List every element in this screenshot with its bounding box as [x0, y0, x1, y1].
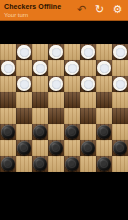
- square-r4c6: [80, 92, 96, 108]
- square-r3c4[interactable]: [48, 76, 64, 92]
- square-r5c1: [0, 108, 16, 124]
- board: [0, 44, 128, 172]
- black-piece[interactable]: [33, 157, 47, 171]
- square-r8c3[interactable]: [32, 156, 48, 172]
- square-r1c5: [64, 44, 80, 60]
- square-r7c4[interactable]: [48, 140, 64, 156]
- square-r1c2[interactable]: [16, 44, 32, 60]
- square-r6c2: [16, 124, 32, 140]
- square-r2c1[interactable]: [0, 60, 16, 76]
- white-piece[interactable]: [33, 61, 47, 75]
- header-titles: Checkers Offline Your turn: [4, 3, 61, 18]
- black-piece[interactable]: [65, 157, 79, 171]
- square-r6c7[interactable]: [96, 124, 112, 140]
- square-r7c6[interactable]: [80, 140, 96, 156]
- white-piece[interactable]: [49, 45, 63, 59]
- square-r7c1: [0, 140, 16, 156]
- square-r2c6: [80, 60, 96, 76]
- square-r3c8[interactable]: [112, 76, 128, 92]
- square-r7c8[interactable]: [112, 140, 128, 156]
- square-r6c6: [80, 124, 96, 140]
- square-r5c2[interactable]: [16, 108, 32, 124]
- square-r5c3: [32, 108, 48, 124]
- square-r2c2: [16, 60, 32, 76]
- white-piece[interactable]: [49, 77, 63, 91]
- square-r6c8: [112, 124, 128, 140]
- square-r8c5[interactable]: [64, 156, 80, 172]
- white-piece[interactable]: [17, 45, 31, 59]
- square-r4c5[interactable]: [64, 92, 80, 108]
- square-r1c7: [96, 44, 112, 60]
- white-piece[interactable]: [113, 45, 127, 59]
- square-r2c8: [112, 60, 128, 76]
- square-r2c3[interactable]: [32, 60, 48, 76]
- square-r3c5: [64, 76, 80, 92]
- black-piece[interactable]: [97, 125, 111, 139]
- white-piece[interactable]: [81, 77, 95, 91]
- square-r7c2[interactable]: [16, 140, 32, 156]
- square-r5c8[interactable]: [112, 108, 128, 124]
- black-piece[interactable]: [33, 125, 47, 139]
- square-r5c6[interactable]: [80, 108, 96, 124]
- checkers-app: Checkers Offline Your turn ↶ ↻ ⚙: [0, 0, 128, 220]
- square-r3c2[interactable]: [16, 76, 32, 92]
- square-r2c4: [48, 60, 64, 76]
- black-piece[interactable]: [17, 141, 31, 155]
- square-r5c5: [64, 108, 80, 124]
- square-r8c4: [48, 156, 64, 172]
- square-r3c6[interactable]: [80, 76, 96, 92]
- square-r5c4[interactable]: [48, 108, 64, 124]
- square-r8c8: [112, 156, 128, 172]
- toolbar: ↶ ↻ ⚙: [76, 4, 123, 15]
- square-r2c5[interactable]: [64, 60, 80, 76]
- square-r8c6: [80, 156, 96, 172]
- square-r8c1[interactable]: [0, 156, 16, 172]
- square-r2c7[interactable]: [96, 60, 112, 76]
- square-r8c2: [16, 156, 32, 172]
- black-piece[interactable]: [97, 157, 111, 171]
- square-r4c3[interactable]: [32, 92, 48, 108]
- square-r3c3: [32, 76, 48, 92]
- square-r4c4: [48, 92, 64, 108]
- square-r7c7: [96, 140, 112, 156]
- top-spacer: [0, 21, 128, 44]
- square-r4c7[interactable]: [96, 92, 112, 108]
- square-r1c4[interactable]: [48, 44, 64, 60]
- square-r3c7: [96, 76, 112, 92]
- black-piece[interactable]: [113, 141, 127, 155]
- square-r4c2: [16, 92, 32, 108]
- square-r6c4: [48, 124, 64, 140]
- square-r6c1[interactable]: [0, 124, 16, 140]
- square-r5c7: [96, 108, 112, 124]
- black-piece[interactable]: [81, 141, 95, 155]
- square-r4c8: [112, 92, 128, 108]
- white-piece[interactable]: [113, 77, 127, 91]
- square-r7c3: [32, 140, 48, 156]
- square-r3c1: [0, 76, 16, 92]
- square-r1c3: [32, 44, 48, 60]
- white-piece[interactable]: [65, 61, 79, 75]
- square-r6c3[interactable]: [32, 124, 48, 140]
- square-r8c7[interactable]: [96, 156, 112, 172]
- settings-icon[interactable]: ⚙: [112, 4, 123, 15]
- white-piece[interactable]: [1, 61, 15, 75]
- black-piece[interactable]: [65, 125, 79, 139]
- black-piece[interactable]: [1, 125, 15, 139]
- black-piece[interactable]: [1, 157, 15, 171]
- square-r4c1[interactable]: [0, 92, 16, 108]
- black-piece[interactable]: [49, 141, 63, 155]
- undo-icon[interactable]: ↶: [76, 4, 87, 15]
- white-piece[interactable]: [17, 77, 31, 91]
- square-r6c5[interactable]: [64, 124, 80, 140]
- square-r1c6[interactable]: [80, 44, 96, 60]
- square-r1c8[interactable]: [112, 44, 128, 60]
- app-title: Checkers Offline: [4, 3, 61, 10]
- app-header: Checkers Offline Your turn ↶ ↻ ⚙: [0, 0, 128, 21]
- restart-icon[interactable]: ↻: [94, 4, 105, 15]
- square-r1c1: [0, 44, 16, 60]
- white-piece[interactable]: [81, 45, 95, 59]
- white-piece[interactable]: [97, 61, 111, 75]
- turn-status: Your turn: [4, 12, 61, 18]
- square-r7c5: [64, 140, 80, 156]
- bottom-spacer: [0, 172, 128, 220]
